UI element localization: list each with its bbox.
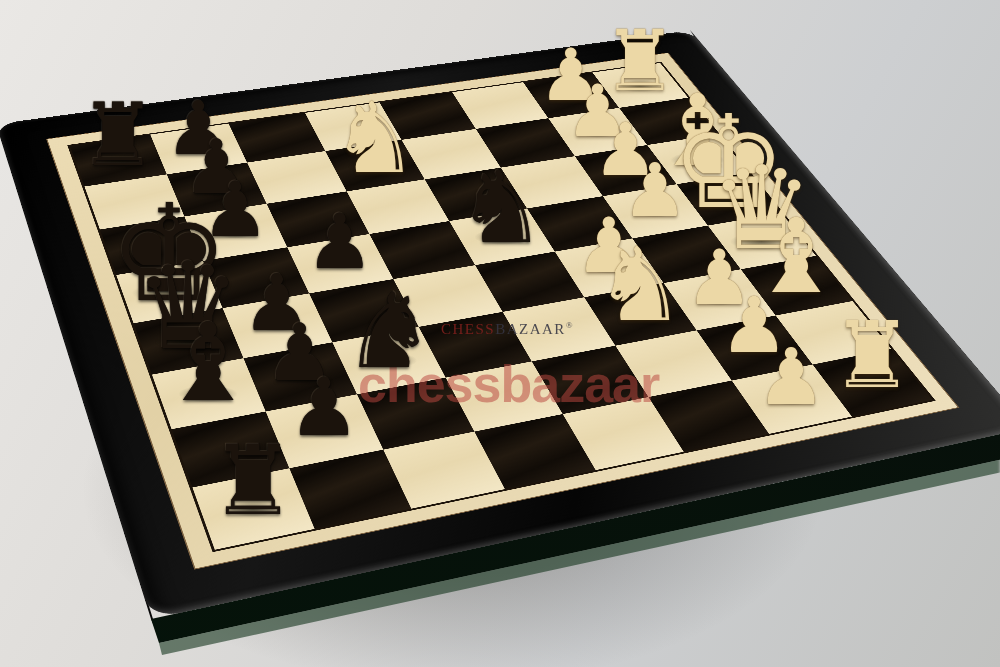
scene: chessbazaar CHESSBAZAAR® ♜♝♛♚♝♜♟♟♟♟♟♟♟♞♟… (0, 0, 1000, 667)
black-rook-a8[interactable]: ♜ (157, 433, 349, 529)
white-pawn-a2[interactable]: ♟ (713, 338, 869, 416)
